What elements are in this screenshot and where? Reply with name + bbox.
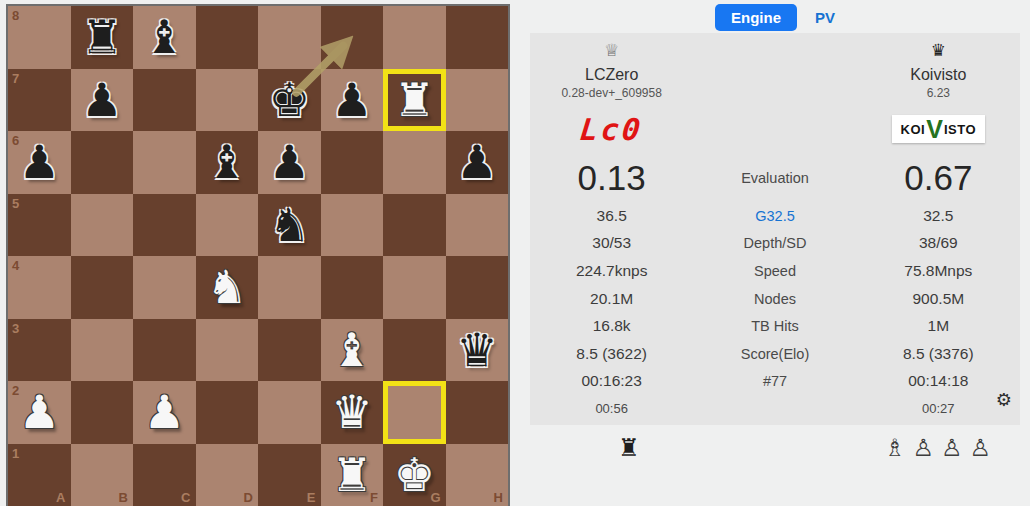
white-king-g1[interactable]: ♚ [383,444,446,506]
stat-row-g32-5: 36.5G32.532.5 [530,202,1020,230]
square-h2[interactable] [446,381,509,444]
file-label-h: H [494,490,503,505]
stat-label-4: TB Hits [693,318,856,334]
square-c4[interactable] [133,256,196,319]
captured-pieces-row: ♜ ♗♙♙♙ [530,432,1020,464]
square-a3[interactable]: 3 [8,319,71,382]
square-f8[interactable] [321,6,384,69]
tab-engine[interactable]: Engine [715,4,797,31]
stat-black-6: 00:14:18 [857,372,1020,390]
stat-black-2: 75.8Mnps [857,262,1020,280]
stat-black-1: 38/69 [857,234,1020,252]
square-d8[interactable] [196,6,259,69]
white-bishop-f3[interactable]: ♝ [321,319,384,382]
rank-label-3: 3 [12,321,19,336]
square-d2[interactable] [196,381,259,444]
square-d1[interactable]: D [196,444,259,506]
square-g2[interactable] [383,381,446,444]
panel-tabs: Engine PV [520,2,1030,32]
stat-black-0: 32.5 [857,207,1020,225]
square-a7[interactable]: 7 [8,69,71,132]
white-rook-f1[interactable]: ♜ [321,444,384,506]
stat-label-1: Depth/SD [693,235,856,251]
stat-row-nodes: 20.1MNodes900.5M [530,285,1020,313]
black-knight-e5[interactable]: ♞ [258,194,321,257]
square-g6[interactable] [383,131,446,194]
square-c6[interactable] [133,131,196,194]
engine-headers: ♕ LCZero 0.28-dev+_609958 Lc0 ♛ Koivisto… [530,33,1020,152]
square-b5[interactable] [71,194,134,257]
stat-white-4: 16.8k [530,317,693,335]
koivisto-logo-slot: KOIVISTO [892,106,985,152]
white-pawn-c2[interactable]: ♟ [133,381,196,444]
stat-label-3: Nodes [693,291,856,307]
file-label-a: A [56,490,65,505]
white-rook-g7[interactable]: ♜ [383,69,446,132]
black-bishop-d6[interactable]: ♝ [196,131,259,194]
rank-label-5: 5 [12,196,19,211]
square-g4[interactable] [383,256,446,319]
engine-header-black: ♛ Koivisto 6.23 KOIVISTO [857,41,1020,152]
stat-black-4: 1M [857,317,1020,335]
engine-header-white: ♕ LCZero 0.28-dev+_609958 Lc0 [530,41,693,152]
square-a8[interactable]: 8 [8,6,71,69]
black-pawn-h6[interactable]: ♟ [446,131,509,194]
engine-panel: Engine PV ♕ LCZero 0.28-dev+_609958 Lc0 … [520,0,1030,506]
black-crown-icon: ♛ [931,41,946,63]
game-score-link[interactable]: G32.5 [693,208,856,224]
square-h4[interactable] [446,256,509,319]
board-frame: 87654321ABCDEFGH ♜♝♟♚♟♜♟♝♟♟♞♞♝♛♟♟♛♜♚ [6,4,510,506]
black-pawn-f7[interactable]: ♟ [321,69,384,132]
square-b3[interactable] [71,319,134,382]
square-h8[interactable] [446,6,509,69]
tab-pv[interactable]: PV [815,9,835,26]
square-b2[interactable] [71,381,134,444]
white-crown-icon: ♕ [604,41,619,63]
stat-label-2: Speed [693,263,856,279]
square-e3[interactable] [258,319,321,382]
black-queen-h3[interactable]: ♛ [446,319,509,382]
square-g8[interactable] [383,6,446,69]
eval-label: Evaluation [693,170,856,186]
stat-white-6: 00:16:23 [530,372,693,390]
engine-match-viewer: 87654321ABCDEFGH ♜♝♟♚♟♜♟♝♟♟♞♞♝♛♟♟♛♜♚ Eng… [0,0,1030,506]
small-clock-row: 00:56 00:27 [530,395,1020,421]
engine-name-black: Koivisto [910,66,966,84]
white-knight-d4[interactable]: ♞ [196,256,259,319]
engine-stats-card: ♕ LCZero 0.28-dev+_609958 Lc0 ♛ Koivisto… [530,33,1020,425]
engine-version-black: 6.23 [927,86,950,100]
file-label-d: D [244,490,253,505]
stat-black-3: 900.5M [857,290,1020,308]
square-a5[interactable]: 5 [8,194,71,257]
black-bishop-c8[interactable]: ♝ [133,6,196,69]
square-d7[interactable] [196,69,259,132]
square-c7[interactable] [133,69,196,132]
file-label-b: B [119,490,128,505]
settings-gear-icon[interactable]: ⚙ [996,391,1012,409]
black-rook-b8[interactable]: ♜ [71,6,134,69]
square-b6[interactable] [71,131,134,194]
square-d5[interactable] [196,194,259,257]
stat-rows: 36.5G32.532.530/53Depth/SD38/69224.7knps… [530,202,1020,395]
stat-row-tb-hits: 16.8kTB Hits1M [530,312,1020,340]
stat-white-2: 224.7knps [530,262,693,280]
square-f6[interactable] [321,131,384,194]
stat-white-1: 30/53 [530,234,693,252]
rank-label-7: 7 [12,71,19,86]
captured-black-pieces: ♜ [618,434,640,462]
square-b4[interactable] [71,256,134,319]
square-e8[interactable] [258,6,321,69]
square-c1[interactable]: C [133,444,196,506]
stat-white-0: 36.5 [530,207,693,225]
black-pawn-a6[interactable]: ♟ [8,131,71,194]
rank-label-8: 8 [12,8,19,23]
black-pawn-b7[interactable]: ♟ [71,69,134,132]
move-clock-white: 00:56 [530,401,693,416]
header-spacer [693,41,856,152]
stat-label-6: #77 [693,373,856,389]
stat-row-score-elo-: 8.5 (3622)Score(Elo)8.5 (3376) [530,340,1020,368]
square-d3[interactable] [196,319,259,382]
white-pawn-a2[interactable]: ♟ [8,381,71,444]
koivisto-logo-koi: KOI [901,122,926,137]
koivisto-logo: KOIVISTO [892,115,985,143]
square-c5[interactable] [133,194,196,257]
square-c3[interactable] [133,319,196,382]
square-h5[interactable] [446,194,509,257]
file-label-c: C [181,490,190,505]
evaluation-row: 0.13 Evaluation 0.67 [530,154,1020,202]
eval-white: 0.13 [530,158,693,198]
eval-black: 0.67 [857,158,1020,198]
stat-white-5: 8.5 (3622) [530,345,693,363]
square-g3[interactable] [383,319,446,382]
black-king-e7[interactable]: ♚ [258,69,321,132]
stat-label-5: Score(Elo) [693,346,856,362]
black-pawn-e6[interactable]: ♟ [258,131,321,194]
square-e1[interactable]: E [258,444,321,506]
stat-black-5: 8.5 (3376) [857,345,1020,363]
file-label-e: E [307,490,316,505]
engine-version-white: 0.28-dev+_609958 [561,86,661,100]
square-g5[interactable] [383,194,446,257]
stat-white-3: 20.1M [530,290,693,308]
lc0-logo: Lc0 [578,112,645,147]
captured-white-pieces: ♗♙♙♙ [884,434,998,462]
square-a4[interactable]: 4 [8,256,71,319]
stat-row-depth-sd: 30/53Depth/SD38/69 [530,230,1020,258]
stat-row-speed: 224.7knpsSpeed75.8Mnps [530,257,1020,285]
white-queen-f2[interactable]: ♛ [321,381,384,444]
rank-label-1: 1 [12,446,19,461]
square-e2[interactable] [258,381,321,444]
square-a1[interactable]: 1A [8,444,71,506]
square-f5[interactable] [321,194,384,257]
koivisto-logo-isto: ISTO [944,122,976,137]
lc0-logo-slot: Lc0 [580,106,643,152]
square-b1[interactable]: B [71,444,134,506]
square-f4[interactable] [321,256,384,319]
engine-name-white: LCZero [585,66,638,84]
square-h1[interactable]: H [446,444,509,506]
square-h7[interactable] [446,69,509,132]
stat-row--77: 00:16:23#7700:14:18 [530,368,1020,396]
rank-label-4: 4 [12,258,19,273]
koivisto-logo-v: V [926,118,943,140]
square-e4[interactable] [258,256,321,319]
